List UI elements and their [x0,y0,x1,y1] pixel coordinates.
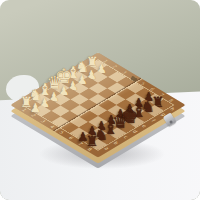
chessboard: ♜♟♟♜♞♟♟♞♝♟♟♝♚♟♟♚♛♟♟♛♝♟♟♝♞♟♟♞♜♟♟♜ 1234567… [36,43,160,167]
scene: ♜♟♟♜♞♟♟♞♝♟♟♝♚♟♟♚♛♟♟♛♝♟♟♝♞♟♟♞♜♟♟♜ 1234567… [0,0,200,200]
latch-pin [169,120,173,124]
caption: Overhead-angle product photo of a foldin… [0,0,1,1]
board-surface: ♜♟♟♜♞♟♟♞♝♟♟♝♚♟♟♚♛♟♟♛♝♟♟♝♞♟♟♞♜♟♟♜ 1234567… [10,52,185,157]
product-photo: ♜♟♟♜♞♟♟♞♝♟♟♝♚♟♟♚♛♟♟♛♝♟♟♝♞♟♟♞♜♟♟♜ 1234567… [0,0,200,200]
